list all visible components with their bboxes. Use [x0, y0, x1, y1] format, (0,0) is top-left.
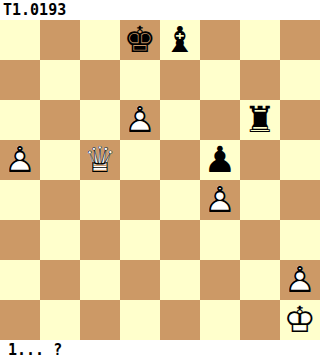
square-a4[interactable] [0, 180, 40, 220]
piece-white-pawn[interactable]: ♟♙ [280, 260, 320, 300]
square-d6[interactable]: ♟♙ [120, 100, 160, 140]
square-c5[interactable]: ♛♕ [80, 140, 120, 180]
square-e6[interactable] [160, 100, 200, 140]
square-f1[interactable] [200, 300, 240, 340]
chess-board: ♚♝♟♙♜♟♙♛♕♟♟♙♟♙♚♔ [0, 20, 320, 340]
piece-white-pawn[interactable]: ♟♙ [120, 100, 160, 140]
square-c3[interactable] [80, 220, 120, 260]
piece-glyph: ♙ [280, 260, 320, 300]
square-h8[interactable] [280, 20, 320, 60]
square-e7[interactable] [160, 60, 200, 100]
square-e1[interactable] [160, 300, 200, 340]
square-d7[interactable] [120, 60, 160, 100]
square-f3[interactable] [200, 220, 240, 260]
piece-glyph: ♔ [280, 300, 320, 340]
square-c4[interactable] [80, 180, 120, 220]
square-g6[interactable]: ♜ [240, 100, 280, 140]
square-b6[interactable] [40, 100, 80, 140]
square-g4[interactable] [240, 180, 280, 220]
square-c2[interactable] [80, 260, 120, 300]
square-e2[interactable] [160, 260, 200, 300]
square-b7[interactable] [40, 60, 80, 100]
piece-glyph: ♙ [120, 100, 160, 140]
square-f5[interactable]: ♟ [200, 140, 240, 180]
piece-glyph: ♟ [200, 140, 240, 180]
square-c8[interactable] [80, 20, 120, 60]
square-c1[interactable] [80, 300, 120, 340]
square-a3[interactable] [0, 220, 40, 260]
square-b4[interactable] [40, 180, 80, 220]
square-a2[interactable] [0, 260, 40, 300]
square-c6[interactable] [80, 100, 120, 140]
piece-glyph: ♝ [160, 20, 200, 60]
piece-white-pawn[interactable]: ♟♙ [0, 140, 40, 180]
square-g2[interactable] [240, 260, 280, 300]
square-d4[interactable] [120, 180, 160, 220]
square-e5[interactable] [160, 140, 200, 180]
piece-white-queen[interactable]: ♛♕ [80, 140, 120, 180]
square-f2[interactable] [200, 260, 240, 300]
square-e4[interactable] [160, 180, 200, 220]
move-prompt: 1... ? [0, 340, 320, 360]
square-h1[interactable]: ♚♔ [280, 300, 320, 340]
square-f4[interactable]: ♟♙ [200, 180, 240, 220]
piece-black-rook[interactable]: ♜ [240, 100, 280, 140]
square-b5[interactable] [40, 140, 80, 180]
square-e3[interactable] [160, 220, 200, 260]
piece-white-king[interactable]: ♚♔ [280, 300, 320, 340]
square-a7[interactable] [0, 60, 40, 100]
square-b8[interactable] [40, 20, 80, 60]
square-c7[interactable] [80, 60, 120, 100]
piece-glyph: ♜ [240, 100, 280, 140]
piece-black-pawn[interactable]: ♟ [200, 140, 240, 180]
piece-glyph: ♕ [80, 140, 120, 180]
square-f8[interactable] [200, 20, 240, 60]
square-a8[interactable] [0, 20, 40, 60]
square-a1[interactable] [0, 300, 40, 340]
square-a5[interactable]: ♟♙ [0, 140, 40, 180]
square-g1[interactable] [240, 300, 280, 340]
square-h2[interactable]: ♟♙ [280, 260, 320, 300]
square-e8[interactable]: ♝ [160, 20, 200, 60]
square-d5[interactable] [120, 140, 160, 180]
square-g7[interactable] [240, 60, 280, 100]
square-a6[interactable] [0, 100, 40, 140]
square-b1[interactable] [40, 300, 80, 340]
square-d8[interactable]: ♚ [120, 20, 160, 60]
piece-glyph: ♙ [0, 140, 40, 180]
square-h6[interactable] [280, 100, 320, 140]
piece-glyph: ♚ [120, 20, 160, 60]
square-d2[interactable] [120, 260, 160, 300]
square-d1[interactable] [120, 300, 160, 340]
square-b3[interactable] [40, 220, 80, 260]
page-title: T1.0193 [0, 0, 320, 20]
square-d3[interactable] [120, 220, 160, 260]
square-g3[interactable] [240, 220, 280, 260]
piece-white-pawn[interactable]: ♟♙ [200, 180, 240, 220]
puzzle-window: T1.0193 ♚♝♟♙♜♟♙♛♕♟♟♙♟♙♚♔ 1... ? [0, 0, 320, 360]
square-f6[interactable] [200, 100, 240, 140]
square-h7[interactable] [280, 60, 320, 100]
square-g5[interactable] [240, 140, 280, 180]
square-h3[interactable] [280, 220, 320, 260]
piece-glyph: ♙ [200, 180, 240, 220]
square-f7[interactable] [200, 60, 240, 100]
square-h4[interactable] [280, 180, 320, 220]
square-h5[interactable] [280, 140, 320, 180]
square-b2[interactable] [40, 260, 80, 300]
square-g8[interactable] [240, 20, 280, 60]
piece-black-king[interactable]: ♚ [120, 20, 160, 60]
piece-black-bishop[interactable]: ♝ [160, 20, 200, 60]
